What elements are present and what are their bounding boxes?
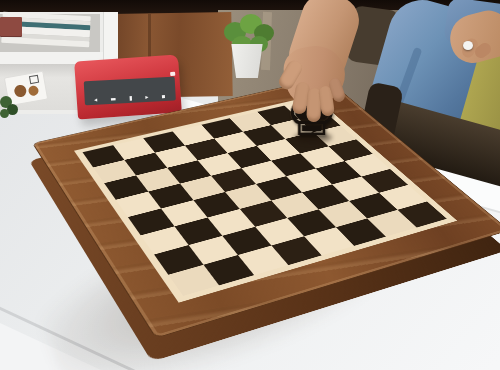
clock-button-icon: ▸	[146, 94, 149, 100]
wooden-coin	[13, 84, 27, 98]
clock-button-icon: ▬	[110, 96, 116, 102]
clock-display: ◂ ▬ ▮ ▸ ▪	[84, 76, 176, 105]
plant-pot	[230, 44, 264, 78]
potted-plant	[218, 10, 278, 82]
clock-button-icon: ▮	[129, 95, 133, 101]
red-book	[0, 17, 22, 36]
clock-button-icon: ▪	[162, 93, 166, 99]
small-white-object	[463, 41, 473, 50]
clock-indicator	[170, 72, 175, 76]
wooden-coin	[28, 85, 40, 97]
box-mark	[29, 75, 39, 84]
digital-chess-clock: ◂ ▬ ▮ ▸ ▪	[74, 54, 182, 119]
plant-leaf	[0, 109, 9, 118]
clock-button-icon: ◂	[94, 97, 97, 103]
